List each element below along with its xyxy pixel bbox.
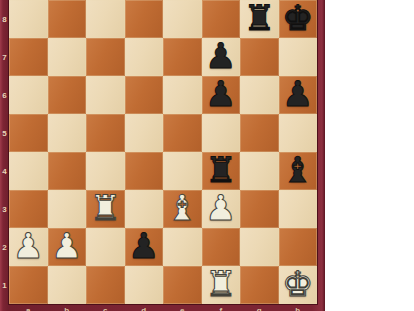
- rank-label-2: 2: [0, 228, 9, 266]
- file-label-a: a: [9, 304, 48, 311]
- file-label-f: f: [202, 304, 241, 311]
- square-f2[interactable]: [202, 228, 241, 266]
- square-g1[interactable]: [240, 266, 279, 304]
- white-king-h1[interactable]: ♚: [282, 267, 313, 302]
- white-pawn-b2[interactable]: ♟: [51, 229, 82, 264]
- square-e6[interactable]: [163, 76, 202, 114]
- square-a2[interactable]: ♟: [9, 228, 48, 266]
- square-h2[interactable]: [279, 228, 318, 266]
- square-c5[interactable]: [86, 114, 125, 152]
- square-c8[interactable]: [86, 0, 125, 38]
- square-b5[interactable]: [48, 114, 87, 152]
- file-labels: abcdefgh: [9, 304, 317, 311]
- square-e8[interactable]: [163, 0, 202, 38]
- square-g5[interactable]: [240, 114, 279, 152]
- rank-labels: 87654321: [0, 0, 9, 304]
- black-pawn-h6[interactable]: ♟: [282, 77, 313, 112]
- square-a3[interactable]: [9, 190, 48, 228]
- square-e3[interactable]: ♝: [163, 190, 202, 228]
- white-pawn-a2[interactable]: ♟: [13, 229, 44, 264]
- rank-label-4: 4: [0, 152, 9, 190]
- square-a7[interactable]: [9, 38, 48, 76]
- square-h5[interactable]: [279, 114, 318, 152]
- square-c2[interactable]: [86, 228, 125, 266]
- file-label-d: d: [125, 304, 164, 311]
- rank-label-1: 1: [0, 266, 9, 304]
- chess-board-frame: 87654321 ♜♚♟♟♟♜♝♜♝♟♟♟♟♜♚ abcdefgh: [0, 0, 325, 311]
- square-f6[interactable]: ♟: [202, 76, 241, 114]
- square-h7[interactable]: [279, 38, 318, 76]
- file-label-g: g: [240, 304, 279, 311]
- square-a5[interactable]: [9, 114, 48, 152]
- square-c1[interactable]: [86, 266, 125, 304]
- rank-label-5: 5: [0, 114, 9, 152]
- square-e4[interactable]: [163, 152, 202, 190]
- square-a1[interactable]: [9, 266, 48, 304]
- square-e7[interactable]: [163, 38, 202, 76]
- square-a4[interactable]: [9, 152, 48, 190]
- square-d4[interactable]: [125, 152, 164, 190]
- square-h6[interactable]: ♟: [279, 76, 318, 114]
- square-g6[interactable]: [240, 76, 279, 114]
- file-label-e: e: [163, 304, 202, 311]
- square-e2[interactable]: [163, 228, 202, 266]
- square-d3[interactable]: [125, 190, 164, 228]
- square-d8[interactable]: [125, 0, 164, 38]
- square-g2[interactable]: [240, 228, 279, 266]
- square-c7[interactable]: [86, 38, 125, 76]
- square-f5[interactable]: [202, 114, 241, 152]
- square-b6[interactable]: [48, 76, 87, 114]
- square-h4[interactable]: ♝: [279, 152, 318, 190]
- square-a6[interactable]: [9, 76, 48, 114]
- square-e5[interactable]: [163, 114, 202, 152]
- black-pawn-f6[interactable]: ♟: [205, 77, 236, 112]
- square-g8[interactable]: ♜: [240, 0, 279, 38]
- square-f7[interactable]: ♟: [202, 38, 241, 76]
- square-f4[interactable]: ♜: [202, 152, 241, 190]
- square-h8[interactable]: ♚: [279, 0, 318, 38]
- square-b1[interactable]: [48, 266, 87, 304]
- page-background: 87654321 ♜♚♟♟♟♜♝♜♝♟♟♟♟♜♚ abcdefgh: [0, 0, 414, 311]
- square-g3[interactable]: [240, 190, 279, 228]
- square-c4[interactable]: [86, 152, 125, 190]
- square-d5[interactable]: [125, 114, 164, 152]
- square-e1[interactable]: [163, 266, 202, 304]
- white-pawn-f3[interactable]: ♟: [205, 191, 236, 226]
- black-pawn-f7[interactable]: ♟: [205, 39, 236, 74]
- square-g4[interactable]: [240, 152, 279, 190]
- white-bishop-e3[interactable]: ♝: [167, 191, 198, 226]
- rank-label-3: 3: [0, 190, 9, 228]
- square-b3[interactable]: [48, 190, 87, 228]
- square-d6[interactable]: [125, 76, 164, 114]
- square-d2[interactable]: ♟: [125, 228, 164, 266]
- square-f3[interactable]: ♟: [202, 190, 241, 228]
- square-b2[interactable]: ♟: [48, 228, 87, 266]
- file-label-h: h: [279, 304, 318, 311]
- board-squares: ♜♚♟♟♟♜♝♜♝♟♟♟♟♜♚: [9, 0, 317, 304]
- black-rook-g8[interactable]: ♜: [244, 1, 275, 36]
- white-rook-c3[interactable]: ♜: [90, 191, 121, 226]
- square-c3[interactable]: ♜: [86, 190, 125, 228]
- white-rook-f1[interactable]: ♜: [205, 267, 236, 302]
- square-b7[interactable]: [48, 38, 87, 76]
- square-b4[interactable]: [48, 152, 87, 190]
- square-b8[interactable]: [48, 0, 87, 38]
- square-d7[interactable]: [125, 38, 164, 76]
- square-h1[interactable]: ♚: [279, 266, 318, 304]
- square-a8[interactable]: [9, 0, 48, 38]
- rank-label-8: 8: [0, 0, 9, 38]
- square-f1[interactable]: ♜: [202, 266, 241, 304]
- file-label-c: c: [86, 304, 125, 311]
- black-pawn-d2[interactable]: ♟: [128, 229, 159, 264]
- square-g7[interactable]: [240, 38, 279, 76]
- file-label-b: b: [48, 304, 87, 311]
- black-bishop-h4[interactable]: ♝: [282, 153, 313, 188]
- square-c6[interactable]: [86, 76, 125, 114]
- square-d1[interactable]: [125, 266, 164, 304]
- square-f8[interactable]: [202, 0, 241, 38]
- rank-label-7: 7: [0, 38, 9, 76]
- rank-label-6: 6: [0, 76, 9, 114]
- square-h3[interactable]: [279, 190, 318, 228]
- black-king-h8[interactable]: ♚: [282, 1, 313, 36]
- black-rook-f4[interactable]: ♜: [205, 153, 236, 188]
